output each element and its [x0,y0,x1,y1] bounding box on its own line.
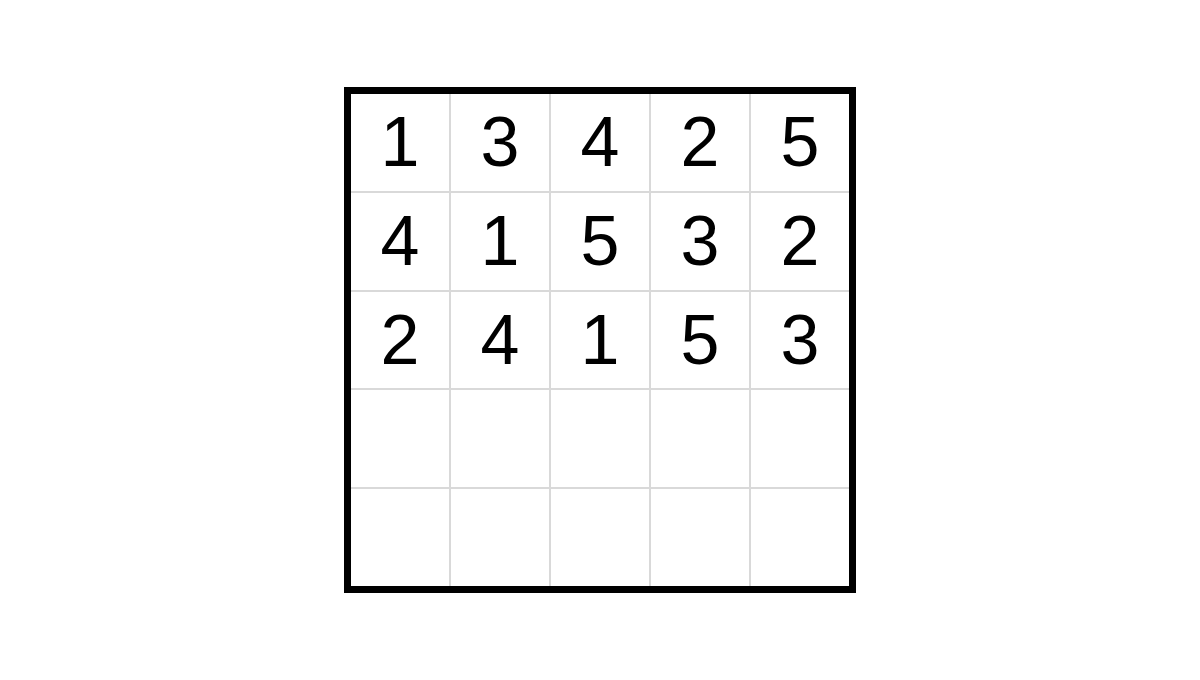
page: 1 3 4 2 5 4 1 5 3 2 2 4 1 5 3 [0,0,1200,680]
cell-r4c2[interactable] [451,390,549,487]
cell-r2c4[interactable]: 3 [651,193,749,290]
cell-r4c5[interactable] [751,390,849,487]
cell-r5c1[interactable] [351,489,449,586]
cell-r4c4[interactable] [651,390,749,487]
cell-r1c3[interactable]: 4 [551,94,649,191]
cell-r1c2[interactable]: 3 [451,94,549,191]
cell-r1c5[interactable]: 5 [751,94,849,191]
cell-r3c2[interactable]: 4 [451,292,549,389]
cell-r5c4[interactable] [651,489,749,586]
cell-r3c1[interactable]: 2 [351,292,449,389]
cell-r3c4[interactable]: 5 [651,292,749,389]
puzzle-board: 1 3 4 2 5 4 1 5 3 2 2 4 1 5 3 [344,87,856,593]
cell-r2c3[interactable]: 5 [551,193,649,290]
cell-r2c1[interactable]: 4 [351,193,449,290]
cell-r4c1[interactable] [351,390,449,487]
cell-r3c3[interactable]: 1 [551,292,649,389]
cell-r2c2[interactable]: 1 [451,193,549,290]
cell-r1c1[interactable]: 1 [351,94,449,191]
cell-r2c5[interactable]: 2 [751,193,849,290]
cell-r1c4[interactable]: 2 [651,94,749,191]
cell-r5c3[interactable] [551,489,649,586]
cell-r4c3[interactable] [551,390,649,487]
cell-r3c5[interactable]: 3 [751,292,849,389]
cell-r5c5[interactable] [751,489,849,586]
cell-r5c2[interactable] [451,489,549,586]
